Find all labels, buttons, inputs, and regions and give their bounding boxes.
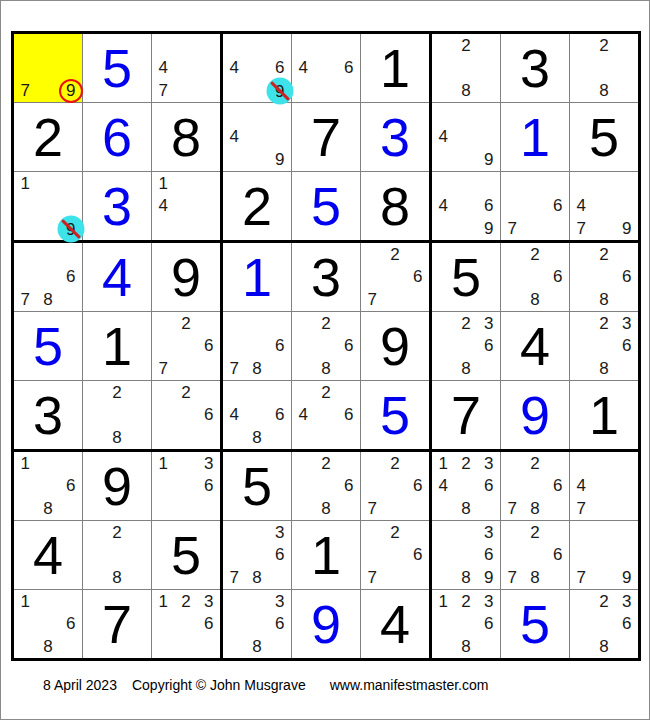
pencil-mark-4: 4	[432, 126, 455, 149]
solved-digit: 3	[361, 103, 429, 171]
solved-digit: 5	[292, 172, 360, 240]
cell-r5c3[interactable]: 267	[152, 312, 220, 380]
pencil-mark-2: 2	[593, 590, 616, 613]
block-9: 12346826784736892678791236852368	[432, 452, 638, 658]
pencil-mark-8: 8	[246, 635, 269, 658]
cell-r4c3[interactable]: 9	[152, 243, 220, 311]
cell-r1c2[interactable]: 5	[83, 34, 151, 102]
pencil-mark-1: 1	[14, 172, 37, 195]
pencil-mark-1: 1	[152, 172, 175, 195]
pencil-mark-6: 6	[406, 475, 429, 498]
pencil-mark-3: 3	[615, 590, 638, 613]
cell-r7c1[interactable]: 168	[14, 452, 82, 520]
pencil-mark-3: 3	[268, 521, 291, 544]
pencil-mark-4: 4	[152, 195, 175, 218]
cell-r3c8[interactable]: 67	[501, 172, 569, 240]
pencil-mark-9: 9	[615, 217, 638, 240]
cell-r2c4[interactable]: 49	[223, 103, 291, 171]
pencil-mark-2: 2	[524, 452, 547, 475]
cell-r6c9[interactable]: 1	[570, 381, 638, 449]
pencil-mark-9: 9	[615, 566, 638, 589]
given-digit: 4	[14, 521, 82, 589]
pencil-mark-9: 9	[268, 148, 291, 171]
cell-r8c6[interactable]: 267	[361, 521, 429, 589]
cell-r2c7[interactable]: 49	[432, 103, 500, 171]
cell-r5c6[interactable]: 9	[361, 312, 429, 380]
solved-digit: 1	[223, 243, 291, 311]
pencil-mark-9: 9	[477, 566, 500, 589]
cell-r9c4[interactable]: 368	[223, 590, 291, 658]
cell-r4c1[interactable]: 678	[14, 243, 82, 311]
pencil-mark-8: 8	[37, 497, 60, 520]
cell-r2c2[interactable]: 6	[83, 103, 151, 171]
given-digit: 9	[361, 312, 429, 380]
pencil-mark-6: 6	[546, 475, 569, 498]
solved-digit: 9	[501, 381, 569, 449]
pencil-mark-8: 8	[106, 566, 129, 589]
cell-r6c6[interactable]: 5	[361, 381, 429, 449]
cell-r6c8[interactable]: 9	[501, 381, 569, 449]
pencil-mark-8: 8	[315, 497, 338, 520]
given-digit: 5	[570, 103, 638, 171]
pencil-mark-7: 7	[14, 79, 37, 102]
cell-r4c2[interactable]: 4	[83, 243, 151, 311]
pencil-mark-8: 8	[455, 79, 478, 102]
cell-r4c7[interactable]: 5	[432, 243, 500, 311]
pencil-mark-2: 2	[315, 312, 338, 335]
pencil-mark-6: 6	[268, 613, 291, 636]
cell-r7c2[interactable]: 9	[83, 452, 151, 520]
solved-digit: 5	[361, 381, 429, 449]
pencil-mark-7: 7	[570, 497, 593, 520]
pencil-mark-8: 8	[37, 288, 60, 311]
cell-r4c6[interactable]: 267	[361, 243, 429, 311]
cell-r1c9[interactable]: 28	[570, 34, 638, 102]
cell-r2c5[interactable]: 7	[292, 103, 360, 171]
pencil-mark-1: 1	[432, 452, 455, 475]
cell-r3c1[interactable]: 19	[14, 172, 82, 240]
pencil-mark-3: 3	[197, 452, 220, 475]
block-1: 7954726819314	[14, 34, 220, 240]
pencil-mark-8: 8	[455, 357, 478, 380]
cell-r3c9[interactable]: 479	[570, 172, 638, 240]
pencil-mark-6: 6	[197, 613, 220, 636]
pencil-mark-2: 2	[593, 34, 616, 57]
pencil-mark-2: 2	[455, 34, 478, 57]
cell-r8c9[interactable]: 79	[570, 521, 638, 589]
given-digit: 3	[292, 243, 360, 311]
pencil-mark-6: 6	[268, 57, 291, 80]
cell-r1c5[interactable]: 46	[292, 34, 360, 102]
pencil-mark-2: 2	[455, 590, 478, 613]
pencil-mark-1: 1	[152, 590, 175, 613]
given-digit: 3	[501, 34, 569, 102]
pencil-mark-7: 7	[501, 217, 524, 240]
pencil-mark-6: 6	[546, 195, 569, 218]
pencil-mark-2: 2	[524, 243, 547, 266]
given-digit: 1	[83, 312, 151, 380]
cell-r6c7[interactable]: 7	[432, 381, 500, 449]
cell-r3c2[interactable]: 3	[83, 172, 151, 240]
pencil-mark-1: 1	[14, 452, 37, 475]
given-digit: 3	[14, 381, 82, 449]
pencil-mark-6: 6	[197, 475, 220, 498]
pencil-mark-1: 1	[14, 590, 37, 613]
pencil-mark-6: 6	[406, 266, 429, 289]
sudoku-page: 7954726819314469461497325828328491546967…	[0, 0, 650, 720]
cell-r9c5[interactable]: 9	[292, 590, 360, 658]
pencil-mark-8: 8	[593, 288, 616, 311]
pencil-mark-6: 6	[546, 266, 569, 289]
cell-r3c6[interactable]: 8	[361, 172, 429, 240]
pencil-mark-8: 8	[246, 426, 269, 449]
eliminated-candidate: 9	[57, 215, 84, 242]
pencil-mark-7: 7	[570, 217, 593, 240]
pencil-mark-8: 8	[455, 566, 478, 589]
footer: 8 April 2023Copyright © John Musgravewww…	[43, 677, 488, 693]
pencil-mark-8: 8	[593, 79, 616, 102]
given-digit: 7	[83, 590, 151, 658]
pencil-mark-6: 6	[477, 475, 500, 498]
cell-r4c9[interactable]: 268	[570, 243, 638, 311]
footer-website: www.manifestmaster.com	[330, 677, 489, 693]
cell-r2c3[interactable]: 8	[152, 103, 220, 171]
cell-r5c8[interactable]: 4	[501, 312, 569, 380]
pencil-mark-8: 8	[315, 357, 338, 380]
pencil-mark-8: 8	[524, 288, 547, 311]
cell-r6c1[interactable]: 3	[14, 381, 82, 449]
pencil-mark-8: 8	[593, 357, 616, 380]
cell-r8c7[interactable]: 3689	[432, 521, 500, 589]
cell-r3c4[interactable]: 2	[223, 172, 291, 240]
pencil-mark-7: 7	[501, 566, 524, 589]
cell-r2c8[interactable]: 1	[501, 103, 569, 171]
pencil-mark-1: 1	[432, 590, 455, 613]
pencil-mark-8: 8	[524, 497, 547, 520]
cell-r1c1[interactable]: 79	[14, 34, 82, 102]
pencil-mark-6: 6	[268, 404, 291, 427]
pencil-mark-3: 3	[477, 312, 500, 335]
cell-r8c5[interactable]: 1	[292, 521, 360, 589]
pencil-mark-4: 4	[292, 57, 315, 80]
pencil-mark-6: 6	[615, 613, 638, 636]
pencil-mark-7: 7	[14, 288, 37, 311]
cell-r7c6[interactable]: 267	[361, 452, 429, 520]
pencil-mark-4: 4	[570, 195, 593, 218]
pencil-mark-8: 8	[106, 426, 129, 449]
solved-digit: 5	[83, 34, 151, 102]
pencil-mark-2: 2	[106, 381, 129, 404]
block-3: 28328491546967479	[432, 34, 638, 240]
cell-r6c4[interactable]: 468	[223, 381, 291, 449]
sudoku-board: 7954726819314469461497325828328491546967…	[11, 31, 641, 661]
given-digit: 5	[152, 521, 220, 589]
eliminated-candidate: 9	[266, 77, 293, 104]
pencil-mark-2: 2	[106, 521, 129, 544]
cell-r2c9[interactable]: 5	[570, 103, 638, 171]
given-digit: 5	[432, 243, 500, 311]
solved-digit: 6	[83, 103, 151, 171]
cell-r6c3[interactable]: 26	[152, 381, 220, 449]
pencil-mark-3: 3	[268, 590, 291, 613]
pencil-mark-7: 7	[223, 566, 246, 589]
block-5: 1326767826894682465	[223, 243, 429, 449]
cell-r1c6[interactable]: 1	[361, 34, 429, 102]
given-digit: 4	[501, 312, 569, 380]
given-digit: 2	[14, 103, 82, 171]
pencil-mark-4: 4	[223, 404, 246, 427]
pencil-mark-6: 6	[59, 266, 82, 289]
given-digit: 7	[292, 103, 360, 171]
pencil-mark-2: 2	[455, 452, 478, 475]
pencil-mark-8: 8	[455, 635, 478, 658]
cell-r6c5[interactable]: 246	[292, 381, 360, 449]
pencil-mark-9: 9	[477, 217, 500, 240]
pencil-mark-6: 6	[197, 335, 220, 358]
pencil-mark-7: 7	[361, 288, 384, 311]
pencil-mark-2: 2	[315, 381, 338, 404]
pencil-mark-2: 2	[384, 452, 407, 475]
cell-r4c5[interactable]: 3	[292, 243, 360, 311]
cell-r5c2[interactable]: 1	[83, 312, 151, 380]
cell-r5c1[interactable]: 5	[14, 312, 82, 380]
pencil-mark-4: 4	[432, 195, 455, 218]
pencil-mark-3: 3	[477, 590, 500, 613]
cell-r3c7[interactable]: 469	[432, 172, 500, 240]
cell-r5c4[interactable]: 678	[223, 312, 291, 380]
pencil-mark-6: 6	[268, 335, 291, 358]
given-digit: 4	[361, 590, 429, 658]
given-digit: 5	[223, 452, 291, 520]
solved-digit: 9	[292, 590, 360, 658]
pencil-mark-2: 2	[455, 312, 478, 335]
pencil-mark-8: 8	[37, 635, 60, 658]
pencil-mark-4: 4	[223, 126, 246, 149]
cell-r1c8[interactable]: 3	[501, 34, 569, 102]
pencil-mark-6: 6	[337, 404, 360, 427]
cell-r8c8[interactable]: 2678	[501, 521, 569, 589]
pencil-mark-2: 2	[175, 381, 198, 404]
given-digit: 2	[223, 172, 291, 240]
pencil-mark-2: 2	[593, 243, 616, 266]
red-circle-annotation	[59, 79, 83, 103]
pencil-mark-3: 3	[615, 312, 638, 335]
cell-r8c2[interactable]: 28	[83, 521, 151, 589]
cell-r7c9[interactable]: 47	[570, 452, 638, 520]
cell-r9c2[interactable]: 7	[83, 590, 151, 658]
pencil-mark-7: 7	[361, 497, 384, 520]
pencil-mark-7: 7	[152, 79, 175, 102]
pencil-mark-4: 4	[152, 57, 175, 80]
cell-r7c3[interactable]: 136	[152, 452, 220, 520]
pencil-mark-8: 8	[455, 497, 478, 520]
cell-r8c4[interactable]: 3678	[223, 521, 291, 589]
cell-r2c1[interactable]: 2	[14, 103, 82, 171]
pencil-mark-6: 6	[477, 544, 500, 567]
pencil-mark-6: 6	[615, 266, 638, 289]
solved-digit: 1	[501, 103, 569, 171]
pencil-mark-4: 4	[432, 475, 455, 498]
cell-r9c9[interactable]: 2368	[570, 590, 638, 658]
given-digit: 1	[292, 521, 360, 589]
pencil-mark-7: 7	[152, 357, 175, 380]
pencil-mark-1: 1	[152, 452, 175, 475]
cell-r1c4[interactable]: 469	[223, 34, 291, 102]
pencil-mark-6: 6	[615, 335, 638, 358]
cell-r6c2[interactable]: 28	[83, 381, 151, 449]
block-4: 678495126732826	[14, 243, 220, 449]
cell-r8c1[interactable]: 4	[14, 521, 82, 589]
block-8: 52682673678126736894	[223, 452, 429, 658]
pencil-mark-6: 6	[197, 404, 220, 427]
pencil-mark-4: 4	[570, 475, 593, 498]
cell-r7c5[interactable]: 268	[292, 452, 360, 520]
cell-r4c8[interactable]: 268	[501, 243, 569, 311]
given-digit: 9	[83, 452, 151, 520]
pencil-mark-7: 7	[223, 357, 246, 380]
pencil-mark-6: 6	[477, 195, 500, 218]
given-digit: 1	[361, 34, 429, 102]
pencil-mark-2: 2	[175, 312, 198, 335]
cell-r5c5[interactable]: 268	[292, 312, 360, 380]
pencil-mark-6: 6	[59, 613, 82, 636]
given-digit: 8	[361, 172, 429, 240]
solved-digit: 5	[501, 590, 569, 658]
pencil-mark-6: 6	[546, 544, 569, 567]
pencil-mark-4: 4	[292, 404, 315, 427]
pencil-mark-7: 7	[361, 566, 384, 589]
cell-r7c7[interactable]: 123468	[432, 452, 500, 520]
cell-r3c3[interactable]: 14	[152, 172, 220, 240]
pencil-mark-6: 6	[337, 475, 360, 498]
cell-r7c4[interactable]: 5	[223, 452, 291, 520]
footer-copyright: Copyright © John Musgrave	[132, 677, 306, 693]
block-6: 5268268236842368791	[432, 243, 638, 449]
cell-r7c8[interactable]: 2678	[501, 452, 569, 520]
cell-r1c7[interactable]: 28	[432, 34, 500, 102]
cell-r9c7[interactable]: 12368	[432, 590, 500, 658]
cell-r9c8[interactable]: 5	[501, 590, 569, 658]
pencil-mark-2: 2	[384, 521, 407, 544]
pencil-mark-6: 6	[59, 475, 82, 498]
block-2: 4694614973258	[223, 34, 429, 240]
given-digit: 1	[570, 381, 638, 449]
pencil-mark-6: 6	[268, 544, 291, 567]
pencil-mark-7: 7	[570, 566, 593, 589]
cell-r9c3[interactable]: 1236	[152, 590, 220, 658]
pencil-mark-6: 6	[477, 613, 500, 636]
footer-date: 8 April 2023	[43, 677, 117, 693]
pencil-mark-6: 6	[337, 335, 360, 358]
solved-digit: 3	[83, 172, 151, 240]
given-digit: 8	[152, 103, 220, 171]
cell-r9c1[interactable]: 168	[14, 590, 82, 658]
pencil-mark-4: 4	[223, 57, 246, 80]
pencil-mark-6: 6	[337, 57, 360, 80]
pencil-mark-2: 2	[384, 243, 407, 266]
solved-digit: 5	[14, 312, 82, 380]
pencil-mark-8: 8	[246, 357, 269, 380]
pencil-mark-3: 3	[197, 590, 220, 613]
cell-r8c3[interactable]: 5	[152, 521, 220, 589]
pencil-mark-3: 3	[477, 521, 500, 544]
cell-r5c7[interactable]: 2368	[432, 312, 500, 380]
pencil-mark-6: 6	[477, 335, 500, 358]
cell-r2c6[interactable]: 3	[361, 103, 429, 171]
pencil-mark-2: 2	[593, 312, 616, 335]
pencil-mark-7: 7	[501, 497, 524, 520]
pencil-mark-2: 2	[175, 590, 198, 613]
pencil-mark-8: 8	[246, 566, 269, 589]
block-7: 1689136428516871236	[14, 452, 220, 658]
cell-r3c5[interactable]: 5	[292, 172, 360, 240]
solved-digit: 4	[83, 243, 151, 311]
given-digit: 9	[152, 243, 220, 311]
cell-r4c4[interactable]: 1	[223, 243, 291, 311]
pencil-mark-9: 9	[477, 148, 500, 171]
pencil-mark-2: 2	[315, 452, 338, 475]
pencil-mark-2: 2	[524, 521, 547, 544]
cell-r5c9[interactable]: 2368	[570, 312, 638, 380]
cell-r1c3[interactable]: 47	[152, 34, 220, 102]
cell-r9c6[interactable]: 4	[361, 590, 429, 658]
pencil-mark-8: 8	[593, 635, 616, 658]
pencil-mark-8: 8	[524, 566, 547, 589]
pencil-mark-3: 3	[477, 452, 500, 475]
given-digit: 7	[432, 381, 500, 449]
pencil-mark-6: 6	[406, 544, 429, 567]
